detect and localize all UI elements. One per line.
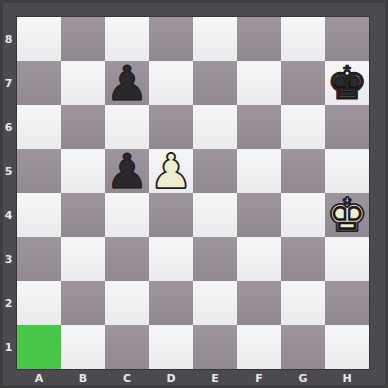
black-pawn[interactable]: ♟ [105,147,148,195]
square-h8[interactable] [325,17,369,61]
square-e3[interactable] [193,237,237,281]
square-f2[interactable] [237,281,281,325]
square-b2[interactable] [61,281,105,325]
square-a8[interactable] [17,17,61,61]
rank-label-3: 3 [0,237,17,281]
rank-label-7: 7 [0,61,17,105]
square-h3[interactable] [325,237,369,281]
square-d3[interactable] [149,237,193,281]
chess-board[interactable]: ♟♚♟♟♚ [17,17,369,369]
square-b4[interactable] [61,193,105,237]
square-e4[interactable] [193,193,237,237]
square-f6[interactable] [237,105,281,149]
square-f3[interactable] [237,237,281,281]
chess-board-frame: 87654321 ♟♚♟♟♚ ABCDEFGH [0,0,388,388]
rank-label-5: 5 [0,149,17,193]
file-label-g: G [281,369,325,388]
white-king[interactable]: ♚ [326,192,367,238]
file-label-h: H [325,369,369,388]
square-b7[interactable] [61,61,105,105]
file-label-c: C [105,369,149,388]
square-g2[interactable] [281,281,325,325]
file-label-b: B [61,369,105,388]
rank-label-1: 1 [0,325,17,369]
square-c4[interactable] [105,193,149,237]
file-label-d: D [149,369,193,388]
square-h6[interactable] [325,105,369,149]
square-a1[interactable] [17,325,61,369]
square-a3[interactable] [17,237,61,281]
rank-label-2: 2 [0,281,17,325]
square-h2[interactable] [325,281,369,325]
square-g5[interactable] [281,149,325,193]
square-c3[interactable] [105,237,149,281]
square-g8[interactable] [281,17,325,61]
square-h1[interactable] [325,325,369,369]
square-h4[interactable]: ♚ [325,193,369,237]
square-g6[interactable] [281,105,325,149]
square-b1[interactable] [61,325,105,369]
file-labels: ABCDEFGH [17,369,369,388]
square-c7[interactable]: ♟ [105,61,149,105]
square-d1[interactable] [149,325,193,369]
square-d8[interactable] [149,17,193,61]
square-e1[interactable] [193,325,237,369]
square-b6[interactable] [61,105,105,149]
square-e7[interactable] [193,61,237,105]
rank-label-4: 4 [0,193,17,237]
square-f1[interactable] [237,325,281,369]
rank-label-6: 6 [0,105,17,149]
square-g1[interactable] [281,325,325,369]
rank-labels: 87654321 [0,17,17,369]
white-pawn[interactable]: ♟ [149,147,192,195]
file-label-f: F [237,369,281,388]
square-b5[interactable] [61,149,105,193]
square-b8[interactable] [61,17,105,61]
square-f7[interactable] [237,61,281,105]
square-a4[interactable] [17,193,61,237]
square-d2[interactable] [149,281,193,325]
square-c2[interactable] [105,281,149,325]
square-c1[interactable] [105,325,149,369]
black-king[interactable]: ♚ [326,60,367,106]
file-label-e: E [193,369,237,388]
square-a2[interactable] [17,281,61,325]
square-f5[interactable] [237,149,281,193]
black-pawn[interactable]: ♟ [105,59,148,107]
square-e8[interactable] [193,17,237,61]
square-e5[interactable] [193,149,237,193]
square-d4[interactable] [149,193,193,237]
square-f4[interactable] [237,193,281,237]
square-d5[interactable]: ♟ [149,149,193,193]
square-b3[interactable] [61,237,105,281]
square-f8[interactable] [237,17,281,61]
square-g7[interactable] [281,61,325,105]
square-h7[interactable]: ♚ [325,61,369,105]
square-a7[interactable] [17,61,61,105]
rank-label-8: 8 [0,17,17,61]
square-g4[interactable] [281,193,325,237]
square-a5[interactable] [17,149,61,193]
square-c5[interactable]: ♟ [105,149,149,193]
file-label-a: A [17,369,61,388]
square-g3[interactable] [281,237,325,281]
square-h5[interactable] [325,149,369,193]
square-e6[interactable] [193,105,237,149]
square-a6[interactable] [17,105,61,149]
square-d7[interactable] [149,61,193,105]
square-e2[interactable] [193,281,237,325]
